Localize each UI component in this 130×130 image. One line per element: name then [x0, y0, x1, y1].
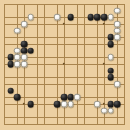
white-stone: [114, 81, 121, 88]
white-stone: [14, 47, 21, 54]
white-stone: [107, 54, 114, 61]
black-stone: [27, 47, 34, 54]
white-stone: [107, 14, 114, 21]
white-stone: [67, 101, 74, 108]
white-stone: [21, 21, 28, 28]
black-stone: [94, 14, 101, 21]
white-stone: [114, 34, 121, 41]
black-stone: [7, 87, 14, 94]
black-stone: [101, 14, 108, 21]
white-stone: [114, 7, 121, 14]
black-stone: [14, 94, 21, 101]
white-stone: [14, 54, 21, 61]
black-stone: [67, 94, 74, 101]
black-stone: [67, 14, 74, 21]
white-stone: [14, 61, 21, 68]
black-stone: [114, 101, 121, 108]
white-stone: [101, 107, 108, 114]
black-stone: [54, 101, 61, 108]
black-stone: [107, 67, 114, 74]
white-stone: [114, 27, 121, 34]
white-stone: [27, 14, 34, 21]
black-stone: [87, 14, 94, 21]
black-stone: [7, 61, 14, 68]
go-board[interactable]: [0, 0, 130, 130]
white-stone: [21, 54, 28, 61]
black-stone: [7, 54, 14, 61]
white-stone: [74, 94, 81, 101]
white-stone: [107, 107, 114, 114]
white-stone: [94, 101, 101, 108]
white-stone: [21, 61, 28, 68]
black-stone: [107, 74, 114, 81]
black-stone: [27, 101, 34, 108]
white-stone: [14, 27, 21, 34]
white-stone: [54, 14, 61, 21]
black-stone: [107, 41, 114, 48]
